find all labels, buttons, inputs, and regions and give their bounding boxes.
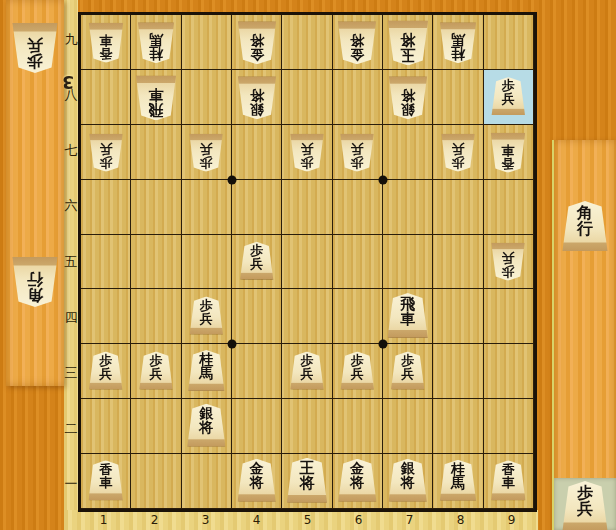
piece-pawn-gote[interactable]: 歩兵 — [89, 352, 123, 390]
piece-kanji: 歩兵 — [12, 38, 58, 70]
square-3二[interactable]: 銀将 — [182, 399, 232, 454]
rank-label-七: 七 — [64, 123, 78, 179]
square-9三[interactable] — [484, 344, 534, 399]
piece-kanji: 金将 — [237, 462, 276, 490]
square-7七[interactable] — [383, 125, 433, 180]
komadai-sente-hand: 歩兵3角行 — [6, 0, 64, 386]
square-1八[interactable] — [81, 70, 131, 125]
square-1二[interactable] — [81, 399, 131, 454]
piece-pawn-gote[interactable]: 歩兵 — [240, 242, 274, 280]
piece-kanji: 香車 — [88, 463, 123, 489]
square-7二[interactable] — [383, 399, 433, 454]
piece-kanji: 歩兵 — [240, 244, 274, 270]
file-label-6: 6 — [333, 511, 384, 529]
square-5一[interactable]: 王将 — [282, 454, 332, 509]
square-5四[interactable] — [282, 289, 332, 344]
square-4九[interactable]: 金将 — [232, 15, 282, 70]
piece-pawn-gote[interactable]: 歩兵 — [340, 352, 374, 390]
piece-pawn-gote[interactable]: 歩兵 — [562, 481, 608, 530]
piece-kanji: 香車 — [491, 463, 526, 489]
rank-label-六: 六 — [64, 179, 78, 235]
square-2六[interactable] — [131, 180, 181, 235]
square-2一[interactable] — [131, 454, 181, 509]
square-9一[interactable]: 香車 — [484, 454, 534, 509]
square-7一[interactable]: 銀将 — [383, 454, 433, 509]
piece-kanji: 金将 — [237, 33, 276, 61]
square-2七[interactable] — [131, 125, 181, 180]
square-4三[interactable] — [232, 344, 282, 399]
star-point — [379, 340, 388, 349]
piece-kanji: 歩兵 — [562, 485, 608, 517]
square-9五[interactable]: 歩兵 — [484, 235, 534, 290]
piece-pawn-sente[interactable]: 歩兵 — [340, 133, 374, 171]
square-8一[interactable]: 桂馬 — [433, 454, 483, 509]
square-9九[interactable] — [484, 15, 534, 70]
piece-knight-sente[interactable]: 桂馬 — [137, 22, 174, 63]
piece-lance-gote[interactable]: 香車 — [88, 460, 123, 500]
square-2五[interactable] — [131, 235, 181, 290]
square-6三[interactable]: 歩兵 — [333, 344, 383, 399]
file-label-2: 2 — [129, 511, 180, 529]
piece-pawn-sente[interactable]: 歩兵 — [189, 133, 223, 171]
piece-kanji: 王将 — [286, 461, 327, 491]
piece-kanji: 歩兵 — [290, 143, 324, 169]
piece-pawn-sente[interactable]: 歩兵 — [491, 243, 525, 281]
piece-king-gote[interactable]: 王将 — [286, 458, 327, 503]
square-2四[interactable] — [131, 289, 181, 344]
square-1四[interactable] — [81, 289, 131, 344]
piece-kanji: 歩兵 — [441, 143, 475, 169]
square-4七[interactable] — [232, 125, 282, 180]
square-4八[interactable]: 銀将 — [232, 70, 282, 125]
piece-kanji: 角行 — [12, 272, 58, 304]
file-labels: 123456789 — [78, 511, 537, 529]
piece-silver-gote[interactable]: 銀将 — [388, 459, 427, 502]
rank-label-四: 四 — [64, 290, 78, 346]
square-4六[interactable] — [232, 180, 282, 235]
piece-kanji: 銀将 — [388, 462, 427, 490]
piece-pawn-sente[interactable]: 歩兵 — [12, 23, 58, 73]
piece-gold-sente[interactable]: 金将 — [338, 21, 377, 64]
piece-kanji: 桂馬 — [188, 353, 225, 381]
shogi-game: 歩兵3角行 角行歩兵 香車桂馬金将金将玉将桂馬飛車銀将銀将歩兵歩兵歩兵歩兵歩兵歩… — [0, 0, 616, 530]
rank-label-一: 一 — [64, 457, 78, 513]
piece-lance-gote[interactable]: 香車 — [491, 460, 526, 500]
star-point — [227, 340, 236, 349]
piece-kanji: 飛車 — [135, 87, 176, 117]
piece-kanji: 銀将 — [388, 88, 427, 116]
square-7四[interactable]: 飛車 — [383, 289, 433, 344]
square-6一[interactable]: 金将 — [333, 454, 383, 509]
piece-pawn-sente[interactable]: 歩兵 — [290, 133, 324, 171]
piece-pawn-gote[interactable]: 歩兵 — [290, 352, 324, 390]
piece-bishop-sente[interactable]: 角行 — [12, 257, 58, 307]
square-1三[interactable]: 歩兵 — [81, 344, 131, 399]
piece-rook-sente[interactable]: 飛車 — [135, 75, 176, 120]
square-7八[interactable]: 銀将 — [383, 70, 433, 125]
square-5三[interactable]: 歩兵 — [282, 344, 332, 399]
square-1五[interactable] — [81, 235, 131, 290]
piece-kanji: 桂馬 — [439, 463, 476, 491]
square-6二[interactable] — [333, 399, 383, 454]
piece-kanji: 桂馬 — [439, 32, 476, 60]
square-3五[interactable] — [182, 235, 232, 290]
piece-lance-sente[interactable]: 香車 — [88, 23, 123, 63]
square-3九[interactable] — [182, 15, 232, 70]
file-label-4: 4 — [231, 511, 282, 529]
piece-kanji: 歩兵 — [340, 354, 374, 380]
square-8四[interactable] — [433, 289, 483, 344]
shogi-board: 香車桂馬金将金将玉将桂馬飛車銀将銀将歩兵歩兵歩兵歩兵歩兵歩兵香車歩兵歩兵歩兵飛車… — [78, 12, 537, 512]
rank-labels: 九八七六五四三二一 — [64, 12, 78, 512]
piece-silver-sente[interactable]: 銀将 — [237, 76, 276, 119]
square-4四[interactable] — [232, 289, 282, 344]
piece-kanji: 歩兵 — [290, 354, 324, 380]
square-7九[interactable]: 玉将 — [383, 15, 433, 70]
square-6四[interactable] — [333, 289, 383, 344]
square-6七[interactable]: 歩兵 — [333, 125, 383, 180]
square-7三[interactable]: 歩兵 — [383, 344, 433, 399]
square-1六[interactable] — [81, 180, 131, 235]
piece-kanji: 金将 — [338, 33, 377, 61]
piece-silver-sente[interactable]: 銀将 — [388, 76, 427, 119]
rank-label-八: 八 — [64, 68, 78, 124]
square-4二[interactable] — [232, 399, 282, 454]
piece-kanji: 歩兵 — [340, 143, 374, 169]
piece-kanji: 銀将 — [237, 88, 276, 116]
piece-kanji: 歩兵 — [89, 143, 123, 169]
komadai-gote-hand: 角行歩兵 — [552, 140, 616, 530]
rank-label-五: 五 — [64, 234, 78, 290]
piece-kanji: 歩兵 — [189, 299, 223, 325]
piece-kanji: 玉将 — [387, 32, 428, 62]
rank-label-九: 九 — [64, 12, 78, 68]
square-5二[interactable] — [282, 399, 332, 454]
square-5九[interactable] — [282, 15, 332, 70]
piece-pawn-gote[interactable]: 歩兵 — [189, 297, 223, 335]
piece-kanji: 香車 — [88, 34, 123, 60]
square-7六[interactable] — [383, 180, 433, 235]
piece-kanji: 角行 — [562, 205, 608, 237]
square-8三[interactable] — [433, 344, 483, 399]
square-1一[interactable]: 香車 — [81, 454, 131, 509]
square-8二[interactable] — [433, 399, 483, 454]
square-2三[interactable]: 歩兵 — [131, 344, 181, 399]
hand-slot-gote-bishop[interactable]: 角行 — [562, 202, 608, 252]
piece-kanji: 歩兵 — [491, 80, 525, 106]
star-point — [379, 175, 388, 184]
square-6六[interactable] — [333, 180, 383, 235]
piece-kanji: 歩兵 — [391, 354, 425, 380]
square-5七[interactable]: 歩兵 — [282, 125, 332, 180]
square-2九[interactable]: 桂馬 — [131, 15, 181, 70]
piece-rook-gote[interactable]: 飛車 — [387, 293, 428, 338]
piece-pawn-sente[interactable]: 歩兵 — [89, 133, 123, 171]
piece-kanji: 桂馬 — [137, 32, 174, 60]
piece-gold-sente[interactable]: 金将 — [237, 21, 276, 64]
piece-kanji: 金将 — [338, 462, 377, 490]
file-label-9: 9 — [486, 511, 537, 529]
piece-kanji: 銀将 — [187, 407, 226, 435]
square-4五[interactable]: 歩兵 — [232, 235, 282, 290]
star-point — [227, 175, 236, 184]
file-label-7: 7 — [384, 511, 435, 529]
file-label-5: 5 — [282, 511, 333, 529]
square-6八[interactable] — [333, 70, 383, 125]
piece-silver-gote[interactable]: 銀将 — [187, 404, 226, 447]
square-3六[interactable] — [182, 180, 232, 235]
piece-kanji: 歩兵 — [89, 354, 123, 380]
square-3四[interactable]: 歩兵 — [182, 289, 232, 344]
piece-kanji: 香車 — [491, 144, 526, 170]
square-8九[interactable]: 桂馬 — [433, 15, 483, 70]
hand-slot-sente-pawn[interactable]: 歩兵 — [12, 22, 58, 72]
square-3三[interactable]: 桂馬 — [182, 344, 232, 399]
square-3七[interactable]: 歩兵 — [182, 125, 232, 180]
hand-slot-gote-pawn[interactable]: 歩兵 — [562, 482, 608, 530]
square-5八[interactable] — [282, 70, 332, 125]
piece-bishop-gote[interactable]: 角行 — [562, 201, 608, 251]
piece-pawn-gote[interactable]: 歩兵 — [491, 77, 525, 115]
square-8六[interactable] — [433, 180, 483, 235]
square-6五[interactable] — [333, 235, 383, 290]
square-8八[interactable] — [433, 70, 483, 125]
piece-pawn-sente[interactable]: 歩兵 — [441, 133, 475, 171]
piece-kanji: 歩兵 — [189, 143, 223, 169]
piece-gold-gote[interactable]: 金将 — [338, 459, 377, 502]
piece-lance-sente[interactable]: 香車 — [491, 133, 526, 173]
square-2二[interactable] — [131, 399, 181, 454]
file-label-8: 8 — [435, 511, 486, 529]
piece-pawn-gote[interactable]: 歩兵 — [391, 352, 425, 390]
piece-kanji: 歩兵 — [139, 354, 173, 380]
square-8五[interactable] — [433, 235, 483, 290]
square-2八[interactable]: 飛車 — [131, 70, 181, 125]
square-6九[interactable]: 金将 — [333, 15, 383, 70]
file-label-3: 3 — [180, 511, 231, 529]
square-1九[interactable]: 香車 — [81, 15, 131, 70]
piece-gold-gote[interactable]: 金将 — [237, 459, 276, 502]
square-9八[interactable]: 歩兵 — [484, 70, 534, 125]
square-5六[interactable] — [282, 180, 332, 235]
piece-knight-sente[interactable]: 桂馬 — [439, 22, 476, 63]
rank-label-三: 三 — [64, 345, 78, 401]
square-9六[interactable] — [484, 180, 534, 235]
rank-label-二: 二 — [64, 401, 78, 457]
square-9七[interactable]: 香車 — [484, 125, 534, 180]
square-3八[interactable] — [182, 70, 232, 125]
piece-pawn-gote[interactable]: 歩兵 — [139, 352, 173, 390]
square-9四[interactable] — [484, 289, 534, 344]
square-8七[interactable]: 歩兵 — [433, 125, 483, 180]
square-3一[interactable] — [182, 454, 232, 509]
piece-kanji: 飛車 — [387, 296, 428, 326]
piece-knight-gote[interactable]: 桂馬 — [188, 350, 225, 391]
piece-knight-gote[interactable]: 桂馬 — [439, 460, 476, 501]
square-4一[interactable]: 金将 — [232, 454, 282, 509]
piece-kanji: 歩兵 — [491, 253, 525, 279]
hand-slot-sente-bishop[interactable]: 角行 — [12, 256, 58, 306]
piece-king-sente[interactable]: 玉将 — [387, 20, 428, 65]
square-7五[interactable] — [383, 235, 433, 290]
square-5五[interactable] — [282, 235, 332, 290]
file-label-1: 1 — [78, 511, 129, 529]
square-1七[interactable]: 歩兵 — [81, 125, 131, 180]
square-9二[interactable] — [484, 399, 534, 454]
